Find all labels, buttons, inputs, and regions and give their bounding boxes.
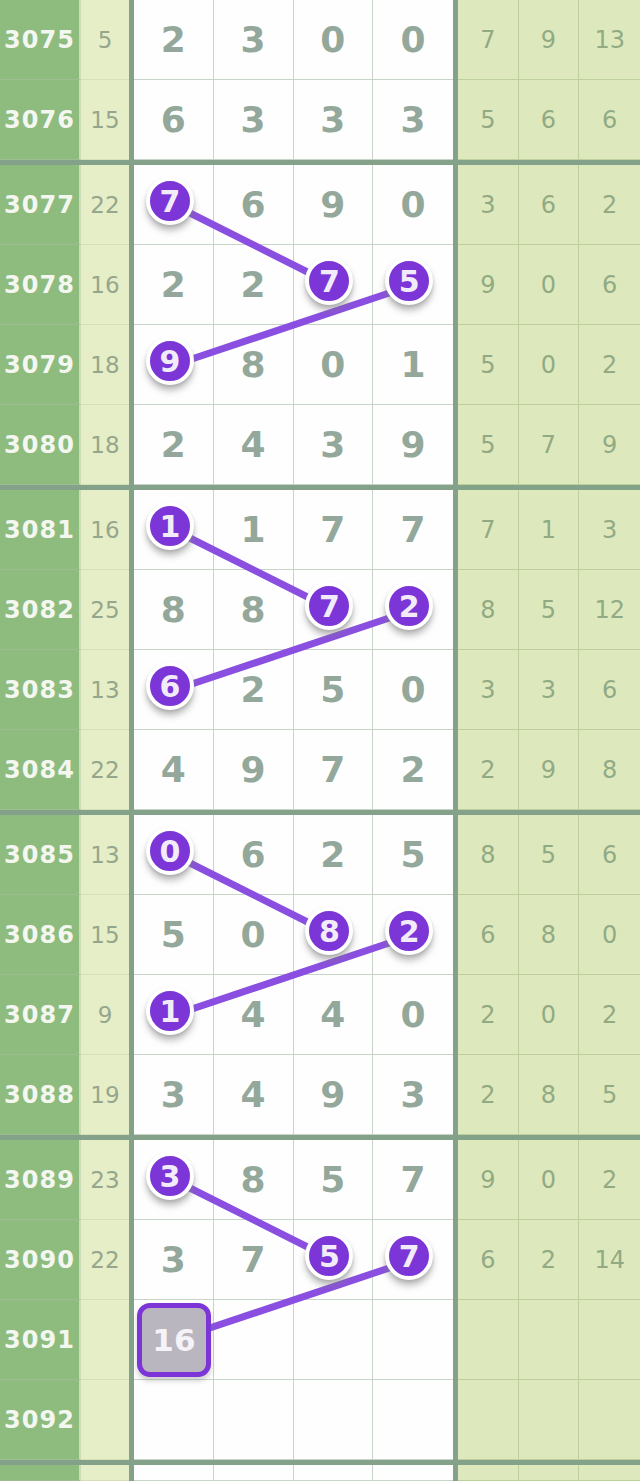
digit-cell: 0 xyxy=(373,975,453,1055)
digit-cell: 2 xyxy=(214,650,294,730)
stat-cell: 6 xyxy=(519,80,580,160)
digit-cell: 0 xyxy=(294,0,374,80)
highlight-circle: 7 xyxy=(146,177,194,225)
draw-row: 3081161177713 xyxy=(0,490,640,570)
digit-cell: 0 xyxy=(214,895,294,975)
stat-cell: 13 xyxy=(579,0,640,80)
highlight-circle: 5 xyxy=(385,257,433,305)
highlight-circle: 2 xyxy=(385,582,433,630)
period-cell: 3078 xyxy=(0,245,81,325)
digit-cell xyxy=(214,1380,294,1460)
digit-cell: 3 xyxy=(373,1055,453,1135)
digit-cell: 0 xyxy=(373,650,453,730)
digit-cell: 6 xyxy=(214,815,294,895)
highlight-circle: 7 xyxy=(385,1232,433,1280)
stat-cell: 8 xyxy=(519,895,580,975)
stat-cell: 6 xyxy=(458,895,519,975)
digit-cell xyxy=(373,1300,453,1380)
period-cell: 3083 xyxy=(0,650,81,730)
stat-cell: 3 xyxy=(458,650,519,730)
digit-cell: 2 xyxy=(134,405,214,485)
digit-cell: 2 xyxy=(294,815,374,895)
partial-next-row xyxy=(0,1465,640,1481)
digit-cell: 5 xyxy=(373,815,453,895)
stat-cell xyxy=(519,1465,580,1481)
stat-cell xyxy=(458,1380,519,1460)
digit-cell xyxy=(134,1465,214,1481)
period-cell: 3075 xyxy=(0,0,81,80)
draw-row: 3076156333566 xyxy=(0,80,640,160)
digit-cell: 8 xyxy=(214,570,294,650)
stat-cell: 2 xyxy=(579,1140,640,1220)
digit-cell: 9 xyxy=(373,405,453,485)
highlight-circle: 1 xyxy=(146,987,194,1035)
sum-cell: 18 xyxy=(81,405,129,485)
digit-cell: 7 xyxy=(294,490,374,570)
sum-cell: 25 xyxy=(81,570,129,650)
stat-cell: 5 xyxy=(458,325,519,405)
digit-cell: 6 xyxy=(214,165,294,245)
stat-cell: 5 xyxy=(458,405,519,485)
digit-cell: 7 xyxy=(214,1220,294,1300)
period-cell: 3091 xyxy=(0,1300,81,1380)
draw-row: 3083136250336 xyxy=(0,650,640,730)
digit-cell: 3 xyxy=(294,405,374,485)
stat-cell: 8 xyxy=(519,1055,580,1135)
period-cell: 3092 xyxy=(0,1380,81,1460)
digit-cell: 5 xyxy=(294,1140,374,1220)
stat-cell: 8 xyxy=(579,730,640,810)
stat-cell: 0 xyxy=(519,1140,580,1220)
stat-cell xyxy=(579,1465,640,1481)
stat-cell: 0 xyxy=(519,975,580,1055)
digit-cell: 4 xyxy=(134,730,214,810)
sum-cell: 5 xyxy=(81,0,129,80)
sum-cell xyxy=(81,1380,129,1460)
sum-cell: 15 xyxy=(81,80,129,160)
draw-row: 3089233857902 xyxy=(0,1140,640,1220)
draw-row: 3077227690362 xyxy=(0,165,640,245)
highlight-circle: 0 xyxy=(146,827,194,875)
stat-cell: 6 xyxy=(579,80,640,160)
period-cell: 3077 xyxy=(0,165,81,245)
draw-row: 3091 xyxy=(0,1300,640,1380)
sum-cell: 23 xyxy=(81,1140,129,1220)
digit-cell: 9 xyxy=(294,165,374,245)
digit-cell: 2 xyxy=(373,730,453,810)
stat-cell: 0 xyxy=(519,245,580,325)
stat-cell: 7 xyxy=(458,490,519,570)
digit-cell: 1 xyxy=(214,490,294,570)
digit-cell: 6 xyxy=(134,80,214,160)
digit-cell xyxy=(134,1380,214,1460)
highlight-circle: 2 xyxy=(385,907,433,955)
stat-cell: 5 xyxy=(579,1055,640,1135)
stat-cell: 6 xyxy=(579,650,640,730)
lottery-trend-chart[interactable]: 3075523007913307615633356630772276903623… xyxy=(0,0,640,1481)
digit-cell xyxy=(294,1300,374,1380)
draw-row: 3085130625856 xyxy=(0,815,640,895)
digit-cell: 4 xyxy=(214,975,294,1055)
digit-cell: 7 xyxy=(294,730,374,810)
stat-cell: 14 xyxy=(579,1220,640,1300)
period-cell xyxy=(0,1465,81,1481)
stat-cell: 5 xyxy=(458,80,519,160)
period-cell: 3084 xyxy=(0,730,81,810)
digit-cell: 9 xyxy=(294,1055,374,1135)
stat-cell: 2 xyxy=(458,1055,519,1135)
draw-row: 3075523007913 xyxy=(0,0,640,80)
sum-cell: 13 xyxy=(81,815,129,895)
period-cell: 3080 xyxy=(0,405,81,485)
stat-cell: 2 xyxy=(579,165,640,245)
stat-cell: 3 xyxy=(579,490,640,570)
digit-cell: 3 xyxy=(214,80,294,160)
stat-cell: 2 xyxy=(458,730,519,810)
stat-cell: 2 xyxy=(579,325,640,405)
draw-row: 3084224972298 xyxy=(0,730,640,810)
stat-cell: 6 xyxy=(519,165,580,245)
stat-cell: 2 xyxy=(579,975,640,1055)
sum-cell xyxy=(81,1465,129,1481)
digit-cell xyxy=(294,1465,374,1481)
stat-cell: 8 xyxy=(458,815,519,895)
stat-cell: 6 xyxy=(579,245,640,325)
period-cell: 3076 xyxy=(0,80,81,160)
sum-cell: 13 xyxy=(81,650,129,730)
draw-row: 3080182439579 xyxy=(0,405,640,485)
digit-cell xyxy=(373,1465,453,1481)
period-cell: 3087 xyxy=(0,975,81,1055)
next-draw-box: 16 xyxy=(137,1303,211,1377)
stat-cell: 7 xyxy=(519,405,580,485)
period-cell: 3089 xyxy=(0,1140,81,1220)
period-cell: 3079 xyxy=(0,325,81,405)
digit-cell xyxy=(214,1465,294,1481)
digit-cell: 1 xyxy=(373,325,453,405)
digit-cell: 0 xyxy=(373,165,453,245)
digit-cell: 4 xyxy=(214,405,294,485)
period-cell: 3082 xyxy=(0,570,81,650)
stat-cell: 12 xyxy=(579,570,640,650)
stat-cell: 5 xyxy=(519,815,580,895)
stat-cell: 9 xyxy=(458,1140,519,1220)
digit-cell: 7 xyxy=(373,490,453,570)
sum-cell: 22 xyxy=(81,165,129,245)
highlight-circle: 6 xyxy=(146,662,194,710)
sum-cell: 19 xyxy=(81,1055,129,1135)
stat-cell: 0 xyxy=(519,325,580,405)
sum-cell: 16 xyxy=(81,245,129,325)
draw-row: 3092 xyxy=(0,1380,640,1460)
sum-cell: 22 xyxy=(81,1220,129,1300)
stat-cell: 3 xyxy=(519,650,580,730)
stat-cell: 9 xyxy=(519,0,580,80)
digit-cell: 3 xyxy=(214,0,294,80)
digit-cell: 5 xyxy=(134,895,214,975)
stat-cell: 5 xyxy=(519,570,580,650)
digit-cell: 2 xyxy=(214,245,294,325)
stat-cell: 3 xyxy=(458,165,519,245)
digit-cell: 8 xyxy=(214,1140,294,1220)
digit-cell: 2 xyxy=(134,0,214,80)
sum-cell: 16 xyxy=(81,490,129,570)
stat-cell xyxy=(519,1380,580,1460)
sum-cell: 15 xyxy=(81,895,129,975)
draw-row: 308791440202 xyxy=(0,975,640,1055)
digit-cell: 5 xyxy=(294,650,374,730)
highlight-circle: 1 xyxy=(146,502,194,550)
digit-cell: 8 xyxy=(134,570,214,650)
digit-cell: 4 xyxy=(214,1055,294,1135)
stat-cell: 6 xyxy=(579,815,640,895)
period-cell: 3081 xyxy=(0,490,81,570)
period-cell: 3085 xyxy=(0,815,81,895)
stat-cell: 2 xyxy=(458,975,519,1055)
stat-cell: 0 xyxy=(579,895,640,975)
digit-cell xyxy=(214,1300,294,1380)
period-cell: 3088 xyxy=(0,1055,81,1135)
digit-cell: 7 xyxy=(373,1140,453,1220)
stat-cell xyxy=(458,1465,519,1481)
digit-cell: 3 xyxy=(294,80,374,160)
highlight-circle: 9 xyxy=(146,337,194,385)
draw-row: 3079189801502 xyxy=(0,325,640,405)
stat-cell xyxy=(579,1300,640,1380)
sum-cell: 22 xyxy=(81,730,129,810)
stat-cell: 6 xyxy=(458,1220,519,1300)
stat-cell: 7 xyxy=(458,0,519,80)
digit-cell: 3 xyxy=(134,1220,214,1300)
stat-cell: 9 xyxy=(579,405,640,485)
stat-cell: 2 xyxy=(519,1220,580,1300)
digit-cell: 0 xyxy=(294,325,374,405)
stat-cell xyxy=(458,1300,519,1380)
stat-cell xyxy=(519,1300,580,1380)
digit-cell xyxy=(294,1380,374,1460)
stat-cell: 1 xyxy=(519,490,580,570)
period-cell: 3090 xyxy=(0,1220,81,1300)
stat-cell: 9 xyxy=(458,245,519,325)
stat-cell: 8 xyxy=(458,570,519,650)
period-cell: 3086 xyxy=(0,895,81,975)
stat-cell: 9 xyxy=(519,730,580,810)
digit-cell: 3 xyxy=(373,80,453,160)
draw-row: 3088193493285 xyxy=(0,1055,640,1135)
highlight-circle: 3 xyxy=(146,1152,194,1200)
digit-cell: 8 xyxy=(214,325,294,405)
digit-cell: 4 xyxy=(294,975,374,1055)
digit-cell xyxy=(373,1380,453,1460)
stat-cell xyxy=(579,1380,640,1460)
digit-cell: 2 xyxy=(134,245,214,325)
sum-cell xyxy=(81,1300,129,1380)
sum-cell: 18 xyxy=(81,325,129,405)
sum-cell: 9 xyxy=(81,975,129,1055)
digit-cell: 0 xyxy=(373,0,453,80)
digit-cell: 9 xyxy=(214,730,294,810)
digit-cell: 3 xyxy=(134,1055,214,1135)
